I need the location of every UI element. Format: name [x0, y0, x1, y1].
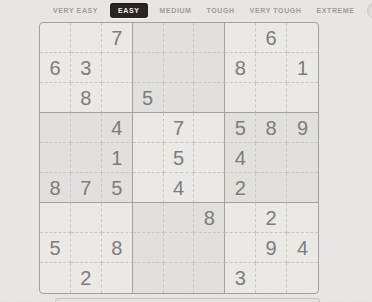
- given-digit: 2: [235, 178, 246, 198]
- cell-r5c5[interactable]: 5: [164, 143, 195, 173]
- cell-r4c8[interactable]: 8: [256, 113, 287, 143]
- given-digit: 3: [80, 58, 91, 78]
- cell-r9c8[interactable]: [256, 263, 287, 293]
- cell-r4c1[interactable]: [40, 113, 71, 143]
- given-digit: 2: [266, 208, 277, 228]
- cell-r6c6[interactable]: [194, 173, 225, 203]
- cell-r2c7[interactable]: 8: [225, 53, 256, 83]
- cell-r7c8[interactable]: 2: [256, 203, 287, 233]
- tab-easy[interactable]: EASY: [110, 3, 147, 18]
- given-digit: 5: [235, 118, 246, 138]
- given-digit: 5: [173, 148, 184, 168]
- given-digit: 7: [173, 118, 184, 138]
- cell-r3c2[interactable]: 8: [71, 83, 102, 113]
- cell-r2c9[interactable]: 1: [287, 53, 318, 83]
- given-digit: 4: [111, 118, 122, 138]
- tab-very-easy[interactable]: VERY EASY: [50, 3, 101, 18]
- cell-r4c2[interactable]: [71, 113, 102, 143]
- cell-r9c1[interactable]: [40, 263, 71, 293]
- cell-r1c3[interactable]: 7: [102, 23, 133, 53]
- cell-r7c7[interactable]: [225, 203, 256, 233]
- given-digit: 7: [111, 28, 122, 48]
- given-digit: 6: [49, 58, 60, 78]
- cell-r6c1[interactable]: 8: [40, 173, 71, 203]
- given-digit: 7: [80, 178, 91, 198]
- cell-r7c1[interactable]: [40, 203, 71, 233]
- cell-r7c4[interactable]: [133, 203, 164, 233]
- cell-r2c3[interactable]: [102, 53, 133, 83]
- cell-r4c3[interactable]: 4: [102, 113, 133, 143]
- cell-r8c1[interactable]: 5: [40, 233, 71, 263]
- cell-r9c5[interactable]: [164, 263, 195, 293]
- given-digit: 8: [235, 58, 246, 78]
- cell-r1c9[interactable]: [287, 23, 318, 53]
- cell-r4c6[interactable]: [194, 113, 225, 143]
- given-digit: 5: [111, 178, 122, 198]
- cell-r1c1[interactable]: [40, 23, 71, 53]
- cell-r8c6[interactable]: [194, 233, 225, 263]
- game-timer: 00:22: [367, 2, 372, 19]
- given-digit: 8: [111, 238, 122, 258]
- given-digit: 8: [204, 208, 215, 228]
- given-digit: 8: [266, 118, 277, 138]
- tab-medium[interactable]: MEDIUM: [157, 3, 195, 18]
- cell-r5c6[interactable]: [194, 143, 225, 173]
- cell-r9c4[interactable]: [133, 263, 164, 293]
- cell-r1c2[interactable]: [71, 23, 102, 53]
- cell-r9c2[interactable]: 2: [71, 263, 102, 293]
- given-digit: 5: [49, 238, 60, 258]
- cell-r6c5[interactable]: 4: [164, 173, 195, 203]
- cell-r5c9[interactable]: [287, 143, 318, 173]
- given-digit: 5: [142, 88, 153, 108]
- cell-r3c4[interactable]: 5: [133, 83, 164, 113]
- cell-r3c5[interactable]: [164, 83, 195, 113]
- sudoku-board: 76638185475891548754282589423: [39, 22, 319, 294]
- cell-r2c1[interactable]: 6: [40, 53, 71, 83]
- given-digit: 4: [173, 178, 184, 198]
- cell-r6c3[interactable]: 5: [102, 173, 133, 203]
- cell-r1c7[interactable]: [225, 23, 256, 53]
- cell-r8c2[interactable]: [71, 233, 102, 263]
- cell-r8c8[interactable]: 9: [256, 233, 287, 263]
- cell-r5c1[interactable]: [40, 143, 71, 173]
- cell-r6c4[interactable]: [133, 173, 164, 203]
- cell-r9c7[interactable]: 3: [225, 263, 256, 293]
- cell-r7c5[interactable]: [164, 203, 195, 233]
- cell-r8c9[interactable]: 4: [287, 233, 318, 263]
- cell-r7c6[interactable]: 8: [194, 203, 225, 233]
- given-digit: 8: [49, 178, 60, 198]
- cell-r3c6[interactable]: [194, 83, 225, 113]
- given-digit: 8: [80, 88, 91, 108]
- cell-r4c9[interactable]: 9: [287, 113, 318, 143]
- cell-r8c3[interactable]: 8: [102, 233, 133, 263]
- given-digit: 4: [297, 238, 308, 258]
- cell-r1c6[interactable]: [194, 23, 225, 53]
- given-digit: 9: [266, 238, 277, 258]
- tab-tough[interactable]: TOUGH: [204, 3, 238, 18]
- cell-r6c7[interactable]: 2: [225, 173, 256, 203]
- cell-r5c4[interactable]: [133, 143, 164, 173]
- cell-r6c2[interactable]: 7: [71, 173, 102, 203]
- cell-r5c8[interactable]: [256, 143, 287, 173]
- cell-r7c3[interactable]: [102, 203, 133, 233]
- cell-r8c5[interactable]: [164, 233, 195, 263]
- cell-r6c9[interactable]: [287, 173, 318, 203]
- cell-r4c5[interactable]: 7: [164, 113, 195, 143]
- given-digit: 3: [235, 268, 246, 288]
- cell-r4c4[interactable]: [133, 113, 164, 143]
- cell-r2c2[interactable]: 3: [71, 53, 102, 83]
- cell-r2c4[interactable]: [133, 53, 164, 83]
- tab-extreme[interactable]: EXTREME: [314, 3, 358, 18]
- cell-r3c1[interactable]: [40, 83, 71, 113]
- cell-r2c5[interactable]: [164, 53, 195, 83]
- cell-r2c8[interactable]: [256, 53, 287, 83]
- cell-r8c7[interactable]: [225, 233, 256, 263]
- cell-r7c9[interactable]: [287, 203, 318, 233]
- cell-r3c9[interactable]: [287, 83, 318, 113]
- given-digit: 1: [297, 58, 308, 78]
- given-digit: 2: [80, 268, 91, 288]
- cell-r3c8[interactable]: [256, 83, 287, 113]
- cell-r4c7[interactable]: 5: [225, 113, 256, 143]
- bottom-panel-edge: [55, 298, 320, 302]
- given-digit: 9: [297, 118, 308, 138]
- cell-r1c8[interactable]: 6: [256, 23, 287, 53]
- cell-r8c4[interactable]: [133, 233, 164, 263]
- given-digit: 1: [111, 148, 122, 168]
- given-digit: 6: [266, 28, 277, 48]
- cell-r6c8[interactable]: [256, 173, 287, 203]
- cell-r9c3[interactable]: [102, 263, 133, 293]
- cell-r1c5[interactable]: [164, 23, 195, 53]
- cell-r9c9[interactable]: [287, 263, 318, 293]
- cell-r1c4[interactable]: [133, 23, 164, 53]
- tab-very-tough[interactable]: VERY TOUGH: [247, 3, 305, 18]
- cell-r3c3[interactable]: [102, 83, 133, 113]
- cell-r9c6[interactable]: [194, 263, 225, 293]
- cell-r5c3[interactable]: 1: [102, 143, 133, 173]
- cell-r5c7[interactable]: 4: [225, 143, 256, 173]
- cell-r2c6[interactable]: [194, 53, 225, 83]
- difficulty-tab-bar: VERY EASYEASYMEDIUMTOUGHVERY TOUGHEXTREM…: [50, 0, 338, 20]
- cell-r5c2[interactable]: [71, 143, 102, 173]
- cell-r3c7[interactable]: [225, 83, 256, 113]
- cell-r7c2[interactable]: [71, 203, 102, 233]
- given-digit: 4: [235, 148, 246, 168]
